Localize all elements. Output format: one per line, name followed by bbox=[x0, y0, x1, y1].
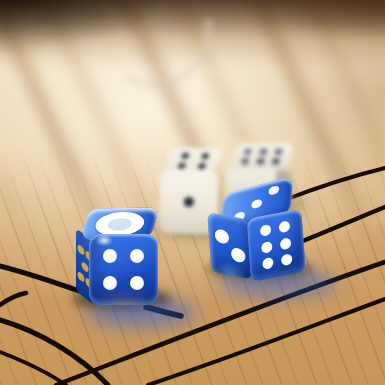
pip bbox=[280, 237, 292, 250]
blue-die-right[interactable] bbox=[205, 183, 308, 289]
pip bbox=[260, 224, 272, 237]
pip bbox=[214, 228, 229, 244]
blue-die-left[interactable] bbox=[76, 208, 162, 306]
pip bbox=[93, 211, 148, 236]
pip bbox=[130, 276, 144, 290]
pip bbox=[251, 198, 262, 209]
pip bbox=[103, 249, 117, 263]
pip bbox=[268, 185, 279, 196]
pip bbox=[184, 197, 194, 207]
pip bbox=[241, 158, 249, 163]
pip bbox=[78, 243, 85, 256]
pip bbox=[278, 220, 290, 233]
blue-die-right-side-face bbox=[247, 208, 306, 281]
pip bbox=[181, 153, 190, 159]
faint-blurred-line bbox=[127, 18, 209, 84]
white-die-right-top-face bbox=[229, 143, 295, 170]
pip bbox=[262, 257, 274, 270]
dice-photo-scene bbox=[0, 0, 385, 385]
blue-die-left-front-face bbox=[89, 234, 158, 305]
pip bbox=[256, 158, 264, 163]
pip bbox=[272, 158, 280, 163]
pip bbox=[78, 271, 85, 284]
pip bbox=[261, 240, 273, 253]
pip bbox=[281, 253, 293, 266]
pip bbox=[231, 247, 246, 263]
pip bbox=[244, 149, 252, 154]
blue-die-right-front-face bbox=[207, 212, 253, 279]
pip bbox=[130, 249, 144, 263]
pip bbox=[274, 149, 282, 154]
pip bbox=[177, 163, 186, 169]
pip bbox=[197, 163, 206, 169]
pip bbox=[103, 276, 117, 290]
pip bbox=[201, 153, 210, 159]
pip bbox=[259, 149, 267, 154]
pip bbox=[82, 260, 89, 273]
